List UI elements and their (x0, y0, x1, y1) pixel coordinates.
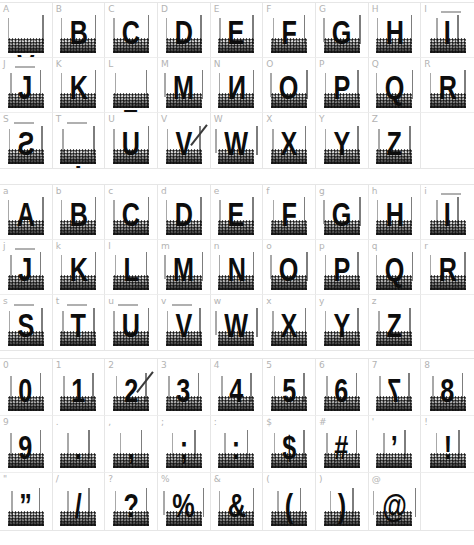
top-dash-mark (14, 122, 34, 124)
char-label: j (3, 242, 6, 251)
char-glyph: ( (285, 489, 293, 522)
char-cell: ,, (105, 416, 158, 473)
char-cell: zZ (369, 295, 422, 350)
char-cell: 55 (263, 359, 316, 416)
char-label: ? (108, 475, 113, 484)
char-label: x (266, 297, 271, 306)
glyph-wrap: K (68, 74, 90, 104)
char-cell: PP (316, 58, 369, 113)
char-cell: hH (369, 185, 422, 240)
char-cell: RR (421, 58, 474, 113)
char-cell: QQ (369, 58, 422, 113)
glyph-wrap: A (15, 201, 37, 231)
empty-cell (421, 113, 474, 168)
glyph-wrap: 2 (123, 377, 140, 407)
char-label: C (108, 5, 114, 14)
glyph-wrap: L (122, 74, 140, 104)
char-label: W (214, 115, 223, 124)
char-cell: !! (421, 416, 474, 473)
char-glyph: E (228, 198, 245, 231)
char-label: d (161, 187, 167, 196)
char-glyph: A (17, 49, 35, 58)
char-cell: '’ (369, 416, 422, 473)
glyph-wrap: ? (122, 492, 140, 522)
glyph-wrap: $ (281, 434, 298, 464)
char-glyph: Q (385, 253, 405, 286)
char-cell: )) (316, 473, 369, 530)
glyph-wrap: V (174, 130, 194, 160)
char-glyph: M (173, 253, 194, 286)
charmap-row: sStTuUvVwWxXyYzZ (0, 295, 474, 350)
char-cell: 77 (369, 359, 422, 416)
char-glyph: P (333, 71, 350, 104)
char-label: F (266, 5, 271, 14)
char-label: s (3, 297, 8, 306)
char-label: : (214, 418, 217, 427)
char-glyph: M (173, 71, 194, 104)
glyph-wrap: U (120, 312, 142, 342)
top-dash-mark (441, 11, 461, 13)
char-cell: nN (211, 240, 264, 295)
glyph-wrap: R (437, 256, 459, 286)
glyph-wrap: ” (18, 492, 33, 522)
char-cell: ZZ (369, 113, 422, 168)
char-glyph: B (69, 198, 87, 231)
char-label: E (214, 5, 220, 14)
char-glyph: W (225, 127, 249, 160)
char-glyph: . (75, 431, 82, 464)
char-label: h (372, 187, 378, 196)
glyph-wrap: 0 (17, 377, 34, 407)
char-label: i (424, 187, 427, 196)
char-label: 6 (319, 361, 325, 370)
char-cell: $$ (263, 416, 316, 473)
glyph-wrap: C (120, 19, 142, 49)
char-glyph: ! (443, 431, 451, 464)
char-glyph: H (385, 198, 403, 231)
char-label: ) (319, 475, 323, 484)
glyph-wrap: 3 (175, 377, 192, 407)
char-label: % (161, 475, 170, 484)
glyph-wrap: M (171, 74, 196, 104)
char-glyph: I (444, 16, 451, 49)
char-cell: && (211, 473, 264, 530)
charmap-row: 001122334455667788 (0, 359, 474, 416)
glyph-wrap: S (16, 312, 36, 342)
glyph-wrap: F (280, 201, 298, 231)
char-label: ; (161, 418, 164, 427)
glyph-wrap: J (17, 256, 34, 286)
char-glyph: C (122, 16, 140, 49)
char-glyph: ; (180, 431, 188, 464)
block-gap (0, 169, 474, 184)
char-glyph: 6 (335, 374, 349, 407)
char-cell: %% (158, 473, 211, 530)
glyph-wrap: E (226, 19, 246, 49)
glyph-wrap: F (280, 19, 298, 49)
top-dash-mark (441, 193, 461, 195)
char-cell: EE (211, 3, 264, 58)
glyph-wrap: ; (179, 434, 189, 464)
char-label: o (266, 242, 272, 251)
char-cell: aA (0, 185, 53, 240)
char-glyph: E (228, 16, 245, 49)
char-cell: HH (369, 3, 422, 58)
glyph-wrap: P (332, 74, 352, 104)
char-label: p (319, 242, 325, 251)
glyph-wrap: 4 (228, 377, 245, 407)
char-cell: @@ (369, 473, 422, 530)
char-cell: qQ (369, 240, 422, 295)
char-label: e (214, 187, 220, 196)
symbols-block: 00112233445566778899..,,;;::$$##'’!!"”//… (0, 358, 474, 531)
char-cell: MM (158, 58, 211, 113)
char-label: ( (266, 475, 270, 484)
char-glyph: N (227, 253, 245, 286)
empty-cell (421, 295, 474, 350)
char-glyph: X (281, 127, 298, 160)
block-gap (0, 351, 474, 358)
char-glyph: Y (333, 309, 350, 342)
char-cell: sS (0, 295, 53, 350)
char-label: n (214, 242, 220, 251)
glyph-wrap: . (74, 434, 82, 464)
char-label: 5 (266, 361, 272, 370)
character-map: AABBCCDDEEFFGGHHIIJJKKLLMMNNOOPPQQRRSSTT… (0, 0, 474, 531)
char-cell: bB (53, 185, 106, 240)
char-glyph: ) (338, 489, 346, 522)
char-glyph: $ (282, 431, 296, 464)
char-cell: lL (105, 240, 158, 295)
glyph-wrap: W (222, 130, 250, 160)
char-label: k (56, 242, 61, 251)
char-cell: xX (263, 295, 316, 350)
char-cell: rR (421, 240, 474, 295)
char-glyph: J (19, 71, 33, 104)
char-glyph: 0 (19, 374, 33, 407)
char-cell: cC (105, 185, 158, 240)
char-cell: ## (316, 416, 369, 473)
char-label: . (56, 418, 59, 427)
glyph-wrap: 9 (17, 434, 34, 464)
charmap-row: aAbBcCdDeEfFgGhHiI (0, 185, 474, 240)
charmap-row: SSTTUUVVWWXXYYZZ (0, 113, 474, 168)
glyph-wrap: 1 (70, 377, 87, 407)
char-cell: UU (105, 113, 158, 168)
char-cell: DD (158, 3, 211, 58)
char-cell: OO (263, 58, 316, 113)
char-label: 1 (56, 361, 62, 370)
char-label: D (161, 5, 168, 14)
char-cell: ?? (105, 473, 158, 530)
top-dash-mark (15, 66, 35, 68)
char-label: f (266, 187, 269, 196)
char-glyph: 8 (441, 374, 455, 407)
char-label: I (424, 5, 427, 14)
glyph-wrap: X (279, 130, 299, 160)
char-glyph: # (335, 431, 349, 464)
char-glyph: Q (385, 71, 405, 104)
glyph-wrap: K (68, 256, 90, 286)
glyph-wrap: ! (443, 434, 453, 464)
char-cell: NN (211, 58, 264, 113)
char-label: R (424, 60, 430, 69)
char-cell: VV (158, 113, 211, 168)
glyph-wrap: / (74, 492, 82, 522)
char-label: A (3, 5, 9, 14)
char-glyph: 7 (387, 374, 401, 407)
char-label: L (108, 60, 113, 69)
char-cell: mM (158, 240, 211, 295)
char-glyph: 3 (177, 374, 191, 407)
char-glyph: ? (123, 489, 138, 522)
char-label: M (161, 60, 169, 69)
glyph-wrap: ) (337, 492, 347, 522)
char-label: q (372, 242, 378, 251)
char-cell: CC (105, 3, 158, 58)
char-label: B (56, 5, 62, 14)
char-label: v (161, 297, 166, 306)
char-label: V (161, 115, 167, 124)
scratch-slash-mark (136, 371, 153, 392)
char-label: l (108, 242, 111, 251)
char-label: N (214, 60, 221, 69)
char-cell: 00 (0, 359, 53, 416)
char-cell: 33 (158, 359, 211, 416)
char-label: 7 (372, 361, 378, 370)
char-glyph: Z (387, 127, 402, 160)
glyph-wrap: T (69, 130, 87, 160)
glyph-wrap: Q (383, 256, 406, 286)
glyph-wrap: & (226, 492, 248, 522)
char-glyph: K (69, 71, 87, 104)
glyph-wrap: H (384, 201, 406, 231)
char-label: u (108, 297, 114, 306)
char-cell: iI (421, 185, 474, 240)
char-cell: vV (158, 295, 211, 350)
char-glyph: / (75, 489, 82, 522)
char-cell: ;; (158, 416, 211, 473)
char-glyph: T (71, 160, 86, 168)
char-label: 9 (3, 418, 9, 427)
char-cell: (( (263, 473, 316, 530)
char-glyph: C (122, 198, 140, 231)
char-label: r (424, 242, 428, 251)
char-cell: TT (53, 113, 106, 168)
char-label: " (3, 475, 7, 484)
top-dash-mark (118, 304, 138, 306)
glyph-wrap: B (68, 201, 90, 231)
scratch-slash-mark (190, 124, 207, 145)
char-glyph: G (332, 198, 352, 231)
char-cell: 66 (316, 359, 369, 416)
top-dash-mark (172, 304, 192, 306)
char-glyph: 5 (282, 374, 296, 407)
lowercase-block: aAbBcCdDeEfFgGhHiIjJkKlLmMnNoOpPqQrRsStT… (0, 184, 474, 351)
char-glyph: F (281, 198, 296, 231)
char-label: K (56, 60, 62, 69)
glyph-wrap: C (120, 201, 142, 231)
glyph-wrap: ( (284, 492, 294, 522)
glyph-wrap: N (226, 74, 248, 104)
char-label: P (319, 60, 324, 69)
char-cell: uU (105, 295, 158, 350)
glyph-wrap: # (333, 434, 350, 464)
char-label: @ (372, 475, 381, 484)
char-label: U (108, 115, 115, 124)
char-label: c (108, 187, 113, 196)
char-glyph: L (123, 253, 138, 286)
char-glyph: : (232, 431, 240, 464)
char-glyph: O (279, 253, 299, 286)
char-glyph: Z (387, 309, 402, 342)
char-label: m (161, 242, 170, 251)
char-glyph: R (439, 71, 457, 104)
char-cell: yY (316, 295, 369, 350)
char-cell: tT (53, 295, 106, 350)
glyph-wrap: B (68, 19, 90, 49)
glyph-wrap: Y (332, 130, 352, 160)
char-label: w (214, 297, 221, 306)
char-cell: gG (316, 185, 369, 240)
char-label: Y (319, 115, 325, 124)
char-label: ' (372, 418, 374, 427)
glyph-wrap: I (443, 201, 451, 231)
char-label: J (3, 60, 6, 69)
char-cell: jJ (0, 240, 53, 295)
glyph-wrap: % (170, 492, 197, 522)
char-label: z (372, 297, 377, 306)
glyph-wrap: X (279, 312, 299, 342)
char-glyph: @ (382, 489, 407, 522)
char-label: b (56, 187, 62, 196)
char-label: 2 (108, 361, 114, 370)
char-cell: 44 (211, 359, 264, 416)
char-label: t (56, 297, 60, 306)
char-label: ! (424, 418, 428, 427)
char-cell: KK (53, 58, 106, 113)
char-label: X (266, 115, 272, 124)
char-label: 4 (214, 361, 220, 370)
glyph-wrap: 6 (333, 377, 350, 407)
top-dash-mark (67, 304, 87, 306)
glyph-wrap: G (330, 201, 353, 231)
char-label: G (319, 5, 326, 14)
empty-cell (421, 473, 474, 530)
char-glyph: R (439, 253, 457, 286)
glyph-wrap: Y (332, 312, 352, 342)
char-cell: WW (211, 113, 264, 168)
char-label: Q (372, 60, 379, 69)
top-dash-mark (67, 122, 87, 124)
char-cell: .. (53, 416, 106, 473)
charmap-row: AABBCCDDEEFFGGHHII (0, 3, 474, 58)
char-glyph: U (122, 309, 140, 342)
glyph-wrap: 8 (439, 377, 456, 407)
char-cell: XX (263, 113, 316, 168)
glyph-wrap: R (437, 74, 459, 104)
char-label: a (3, 187, 9, 196)
glyph-wrap: N (226, 256, 248, 286)
char-cell: JJ (0, 58, 53, 113)
char-cell: :: (211, 416, 264, 473)
char-label: H (372, 5, 379, 14)
char-glyph: L (123, 104, 138, 113)
char-glyph: B (69, 16, 87, 49)
char-label: g (319, 187, 325, 196)
glyph-wrap: S (16, 130, 36, 160)
char-glyph: W (225, 309, 249, 342)
char-cell: dD (158, 185, 211, 240)
char-label: y (319, 297, 324, 306)
glyph-wrap: A (15, 19, 37, 49)
glyph-wrap: L (122, 256, 140, 286)
char-glyph: K (69, 253, 87, 286)
char-cell: II (421, 3, 474, 58)
char-cell: kK (53, 240, 106, 295)
char-label: O (266, 60, 273, 69)
char-cell: LL (105, 58, 158, 113)
char-glyph: , (128, 431, 135, 464)
glyph-wrap: T (69, 312, 87, 342)
glyph-wrap: O (277, 74, 300, 104)
glyph-wrap: H (384, 19, 406, 49)
char-glyph: I (444, 198, 451, 231)
char-glyph: P (333, 253, 350, 286)
char-glyph: 1 (71, 374, 85, 407)
char-label: Z (372, 115, 378, 124)
top-dash-mark (15, 248, 35, 250)
char-glyph: G (332, 16, 352, 49)
glyph-wrap: J (17, 74, 34, 104)
char-label: 0 (3, 361, 9, 370)
glyph-wrap: I (443, 19, 451, 49)
glyph-wrap: Q (383, 74, 406, 104)
glyph-wrap: : (231, 434, 241, 464)
char-glyph: F (281, 16, 296, 49)
char-label: , (108, 418, 111, 427)
char-glyph: 4 (229, 374, 243, 407)
glyph-wrap: Z (385, 312, 403, 342)
char-cell: GG (316, 3, 369, 58)
charmap-row: JJKKLLMMNNOOPPQQRR (0, 58, 474, 113)
char-cell: 99 (0, 416, 53, 473)
char-glyph: S (17, 127, 34, 160)
glyph-wrap: @ (380, 492, 409, 522)
char-cell: oO (263, 240, 316, 295)
char-cell: eE (211, 185, 264, 240)
char-glyph: S (17, 309, 34, 342)
charmap-row: 99..,,;;::$$##'’!! (0, 416, 474, 473)
charmap-row: jJkKlLmMnNoOpPqQrR (0, 240, 474, 295)
top-dash-mark (14, 304, 34, 306)
glyph-wrap: D (173, 201, 195, 231)
glyph-wrap: D (173, 19, 195, 49)
glyph-wrap: ’ (390, 434, 398, 464)
char-cell: BB (53, 3, 106, 58)
char-glyph: D (175, 198, 193, 231)
char-glyph: & (227, 489, 245, 522)
glyph-wrap: Z (385, 130, 403, 160)
glyph-wrap: G (330, 19, 353, 49)
glyph-wrap: 5 (281, 377, 298, 407)
char-cell: 88 (421, 359, 474, 416)
char-label: T (56, 115, 62, 124)
char-label: / (56, 475, 59, 484)
char-cell: fF (263, 185, 316, 240)
char-label: # (319, 418, 327, 427)
char-glyph: J (19, 253, 33, 286)
